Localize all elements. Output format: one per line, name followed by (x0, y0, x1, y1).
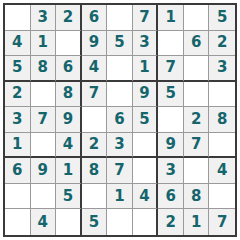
cell-r5c1-given: 3 (5, 107, 31, 133)
cell-r3c8-empty[interactable] (184, 56, 210, 82)
cell-r2c4-given: 9 (82, 31, 108, 57)
cell-r2c3-empty[interactable] (56, 31, 82, 57)
cell-r2c6-given: 3 (133, 31, 159, 57)
cell-r8c6-given: 4 (133, 184, 159, 210)
cell-r3c6-given: 1 (133, 56, 159, 82)
cell-r5c3-given: 9 (56, 107, 82, 133)
cell-r3c1-given: 5 (5, 56, 31, 82)
cell-r1c2-given: 3 (31, 5, 57, 31)
cell-r4c3-given: 8 (56, 82, 82, 108)
cell-r4c1-given: 2 (5, 82, 31, 108)
cell-r9c9-given: 7 (209, 209, 235, 235)
cell-r7c8-empty[interactable] (184, 158, 210, 184)
cell-r7c1-given: 6 (5, 158, 31, 184)
cell-r1c7-given: 1 (158, 5, 184, 31)
cell-r4c2-empty[interactable] (31, 82, 57, 108)
cell-r2c2-given: 1 (31, 31, 57, 57)
cell-r6c2-empty[interactable] (31, 133, 57, 159)
cell-r5c5-given: 6 (107, 107, 133, 133)
cell-r7c3-given: 1 (56, 158, 82, 184)
cell-r1c4-given: 6 (82, 5, 108, 31)
cell-r7c4-given: 8 (82, 158, 108, 184)
cell-r4c5-empty[interactable] (107, 82, 133, 108)
cell-r1c1-empty[interactable] (5, 5, 31, 31)
cell-r6c9-empty[interactable] (209, 133, 235, 159)
cell-r2c9-given: 2 (209, 31, 235, 57)
cell-r5c2-given: 7 (31, 107, 57, 133)
sudoku-page: 3267154195362586417328795379652814239769… (0, 0, 240, 240)
cell-r4c8-empty[interactable] (184, 82, 210, 108)
cell-r2c5-given: 5 (107, 31, 133, 57)
cell-r3c4-given: 4 (82, 56, 108, 82)
cell-r6c4-given: 2 (82, 133, 108, 159)
cell-r2c8-given: 6 (184, 31, 210, 57)
sudoku-board: 3267154195362586417328795379652814239769… (3, 3, 237, 237)
cell-r5c6-given: 5 (133, 107, 159, 133)
cell-r8c2-empty[interactable] (31, 184, 57, 210)
cell-r8c3-given: 5 (56, 184, 82, 210)
cell-r6c8-given: 7 (184, 133, 210, 159)
cell-r9c1-empty[interactable] (5, 209, 31, 235)
cell-r9c8-given: 1 (184, 209, 210, 235)
cell-r8c8-given: 8 (184, 184, 210, 210)
cell-r5c8-given: 2 (184, 107, 210, 133)
cell-r7c2-given: 9 (31, 158, 57, 184)
cell-r1c9-given: 5 (209, 5, 235, 31)
cell-r6c1-given: 1 (5, 133, 31, 159)
cell-r1c5-empty[interactable] (107, 5, 133, 31)
cell-r5c9-given: 8 (209, 107, 235, 133)
cell-r8c7-given: 6 (158, 184, 184, 210)
cell-r9c7-given: 2 (158, 209, 184, 235)
cell-r8c5-given: 1 (107, 184, 133, 210)
cell-r4c4-given: 7 (82, 82, 108, 108)
cell-r9c4-given: 5 (82, 209, 108, 235)
cell-r6c7-given: 9 (158, 133, 184, 159)
cell-r1c8-empty[interactable] (184, 5, 210, 31)
cell-r6c5-given: 3 (107, 133, 133, 159)
cell-r9c3-empty[interactable] (56, 209, 82, 235)
cell-r3c2-given: 8 (31, 56, 57, 82)
cell-r7c6-empty[interactable] (133, 158, 159, 184)
cell-r4c9-empty[interactable] (209, 82, 235, 108)
cell-r1c6-given: 7 (133, 5, 159, 31)
cell-r7c9-given: 4 (209, 158, 235, 184)
cell-r1c3-given: 2 (56, 5, 82, 31)
cell-r2c1-given: 4 (5, 31, 31, 57)
cell-r9c2-given: 4 (31, 209, 57, 235)
cell-r4c6-given: 9 (133, 82, 159, 108)
cell-r5c7-empty[interactable] (158, 107, 184, 133)
cell-r7c5-given: 7 (107, 158, 133, 184)
cell-r3c3-given: 6 (56, 56, 82, 82)
cell-r4c7-given: 5 (158, 82, 184, 108)
cell-r6c6-empty[interactable] (133, 133, 159, 159)
cell-r7c7-given: 3 (158, 158, 184, 184)
cell-r2c7-empty[interactable] (158, 31, 184, 57)
cell-r5c4-empty[interactable] (82, 107, 108, 133)
cell-r6c3-given: 4 (56, 133, 82, 159)
cell-r3c5-empty[interactable] (107, 56, 133, 82)
cell-r8c1-empty[interactable] (5, 184, 31, 210)
cell-r8c9-empty[interactable] (209, 184, 235, 210)
cell-r9c5-empty[interactable] (107, 209, 133, 235)
cell-r8c4-empty[interactable] (82, 184, 108, 210)
cell-r9c6-empty[interactable] (133, 209, 159, 235)
cell-r3c9-given: 3 (209, 56, 235, 82)
cell-r3c7-given: 7 (158, 56, 184, 82)
